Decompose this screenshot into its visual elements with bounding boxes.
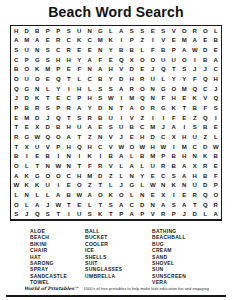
- grid-cell-p9: K: [169, 103, 180, 113]
- grid-cell-f18: B: [64, 190, 75, 200]
- grid-cell-h11: A: [85, 122, 96, 132]
- grid-cell-i3: N: [95, 45, 106, 55]
- grid-cell-p13: I: [169, 142, 180, 152]
- grid-cell-d15: N: [43, 161, 54, 171]
- grid-cell-a6: O: [11, 74, 22, 84]
- word-list: ALOEBEACHBIKINICHAIRHATSARONGSPRAYSANDCA…: [0, 228, 232, 286]
- grid-cell-i13: C: [95, 142, 106, 152]
- grid-cell-q8: E: [179, 94, 190, 104]
- grid-cell-n18: E: [148, 190, 159, 200]
- grid-cell-l14: L: [127, 151, 138, 161]
- grid-cell-n1: E: [148, 26, 159, 36]
- grid-cell-d10: J: [43, 113, 54, 123]
- grid-cell-f2: C: [64, 36, 75, 46]
- grid-cell-r6: F: [190, 74, 201, 84]
- grid-cell-a5: B: [11, 65, 22, 75]
- grid-cell-d7: L: [43, 84, 54, 94]
- grid-cell-c5: K: [32, 65, 43, 75]
- grid-cell-m10: Z: [137, 113, 148, 123]
- grid-cell-a19: O: [11, 200, 22, 210]
- grid-cell-r15: X: [190, 161, 201, 171]
- grid-cell-s12: Z: [200, 132, 211, 142]
- grid-cell-f4: H: [64, 55, 75, 65]
- grid-cell-f13: H: [64, 142, 75, 152]
- grid-cell-d12: Q: [43, 132, 54, 142]
- grid-cell-p5: T: [169, 65, 180, 75]
- grid-cell-q2: M: [179, 36, 190, 46]
- grid-cell-e13: P: [53, 142, 64, 152]
- grid-cell-p10: F: [169, 113, 180, 123]
- grid-cell-i9: D: [95, 103, 106, 113]
- grid-cell-g8: P: [74, 94, 85, 104]
- grid-cell-h9: Y: [85, 103, 96, 113]
- grid-cell-a13: T: [11, 142, 22, 152]
- grid-cell-d19: J: [43, 200, 54, 210]
- word-list-col1: ALOEBEACHBIKINICHAIRHATSARONGSPRAYSANDCA…: [30, 228, 85, 286]
- grid-cell-i19: T: [95, 200, 106, 210]
- grid-cell-t12: L: [211, 132, 222, 142]
- grid-cell-r2: A: [190, 36, 201, 46]
- grid-cell-l20: A: [127, 209, 138, 219]
- grid-cell-a14: B: [11, 151, 22, 161]
- grid-cell-i18: O: [95, 190, 106, 200]
- grid-cell-c19: A: [32, 200, 43, 210]
- grid-cell-h4: A: [85, 55, 96, 65]
- grid-cell-h17: Z: [85, 180, 96, 190]
- grid-cell-c1: B: [32, 26, 43, 36]
- grid-cell-h19: L: [85, 200, 96, 210]
- grid-cell-c10: D: [32, 113, 43, 123]
- grid-cell-i16: D: [95, 171, 106, 181]
- grid-cell-n16: E: [148, 171, 159, 181]
- grid-cell-t2: B: [211, 36, 222, 46]
- grid-cell-q1: O: [179, 26, 190, 36]
- grid-cell-k7: A: [116, 84, 127, 94]
- grid-cell-t3: E: [211, 45, 222, 55]
- word-item: VERA: [152, 279, 222, 285]
- grid-cell-h13: H: [85, 142, 96, 152]
- grid-cell-b4: P: [22, 55, 33, 65]
- grid-cell-m7: O: [137, 84, 148, 94]
- grid-cell-f16: C: [64, 171, 75, 181]
- grid-cell-c17: K: [32, 180, 43, 190]
- grid-cell-o15: R: [158, 161, 169, 171]
- grid-cell-n12: D: [148, 132, 159, 142]
- grid-cell-c12: W: [32, 132, 43, 142]
- grid-cell-l11: B: [127, 122, 138, 132]
- grid-cell-n17: W: [148, 180, 159, 190]
- grid-cell-e18: A: [53, 190, 64, 200]
- grid-cell-s8: V: [200, 94, 211, 104]
- grid-cell-b17: K: [22, 180, 33, 190]
- grid-cell-f3: R: [64, 45, 75, 55]
- grid-cell-b3: U: [22, 45, 33, 55]
- grid-cell-t10: I: [211, 113, 222, 123]
- grid-cell-q16: A: [179, 171, 190, 181]
- grid-cell-r14: N: [190, 151, 201, 161]
- grid-cell-s14: K: [200, 151, 211, 161]
- grid-cell-c2: A: [32, 36, 43, 46]
- grid-cell-s7: C: [200, 84, 211, 94]
- grid-cell-b13: X: [22, 142, 33, 152]
- grid-cell-p3: P: [169, 45, 180, 55]
- grid-cell-j8: W: [106, 94, 117, 104]
- grid-cell-h1: N: [85, 26, 96, 36]
- grid-cell-h18: A: [85, 190, 96, 200]
- grid-cell-n6: U: [148, 74, 159, 84]
- grid-cell-n4: O: [148, 55, 159, 65]
- grid-cell-m3: L: [137, 45, 148, 55]
- grid-cell-g9: A: [74, 103, 85, 113]
- grid-cell-m6: R: [137, 74, 148, 84]
- grid-cell-m15: L: [137, 161, 148, 171]
- grid-cell-m12: H: [137, 132, 148, 142]
- grid-cell-g20: U: [74, 209, 85, 219]
- grid-cell-l17: G: [127, 180, 138, 190]
- word-list-col2: BALLBUCKETCOOLERICESHELLSSUITSUNGLASSESU…: [85, 228, 152, 286]
- grid-cell-l7: R: [127, 84, 138, 94]
- grid-cell-d1: P: [43, 26, 54, 36]
- grid-cell-f12: A: [64, 132, 75, 142]
- grid-cell-b6: U: [22, 74, 33, 84]
- grid-cell-g1: U: [74, 26, 85, 36]
- grid-cell-m13: W: [137, 142, 148, 152]
- grid-cell-l15: A: [127, 161, 138, 171]
- grid-cell-h8: H: [85, 94, 96, 104]
- grid-cell-g7: H: [74, 84, 85, 94]
- grid-cell-f15: N: [64, 161, 75, 171]
- grid-cell-f7: I: [64, 84, 75, 94]
- grid-cell-g15: T: [74, 161, 85, 171]
- grid-cell-b16: K: [22, 171, 33, 181]
- grid-cell-s16: B: [200, 171, 211, 181]
- grid-cell-t9: S: [211, 103, 222, 113]
- grid-cell-c13: U: [32, 142, 43, 152]
- grid-cell-l2: P: [127, 36, 138, 46]
- grid-cell-i7: S: [95, 84, 106, 94]
- grid-cell-n15: U: [148, 161, 159, 171]
- grid-cell-j13: V: [106, 142, 117, 152]
- grid-cell-j9: N: [106, 103, 117, 113]
- grid-cell-r7: Q: [190, 84, 201, 94]
- grid-cell-o7: G: [158, 84, 169, 94]
- grid-cell-f11: H: [64, 122, 75, 132]
- grid-cell-p7: O: [169, 84, 180, 94]
- grid-cell-b12: G: [22, 132, 33, 142]
- word-search-grid: HDBPPSUNGLASSESVOROLAMAERCKCMKIPZIVEMAEB…: [11, 26, 221, 219]
- grid-cell-o9: G: [158, 103, 169, 113]
- grid-cell-m4: O: [137, 55, 148, 65]
- grid-cell-k8: I: [116, 94, 127, 104]
- grid-cell-i12: N: [95, 132, 106, 142]
- grid-cell-n10: I: [148, 113, 159, 123]
- grid-cell-k17: J: [116, 180, 127, 190]
- grid-cell-t8: Q: [211, 94, 222, 104]
- grid-cell-e8: E: [53, 94, 64, 104]
- grid-cell-n8: N: [148, 94, 159, 104]
- grid-cell-o12: C: [158, 132, 169, 142]
- grid-cell-h14: K: [85, 151, 96, 161]
- grid-cell-k2: I: [116, 36, 127, 46]
- grid-cell-e20: T: [53, 209, 64, 219]
- grid-cell-o3: B: [158, 45, 169, 55]
- grid-cell-s17: D: [200, 180, 211, 190]
- grid-cell-g16: H: [74, 171, 85, 181]
- grid-cell-m17: L: [137, 180, 148, 190]
- grid-cell-e15: W: [53, 161, 64, 171]
- grid-cell-e2: R: [53, 36, 64, 46]
- grid-cell-n7: N: [148, 84, 159, 94]
- grid-cell-r11: S: [190, 122, 201, 132]
- grid-cell-a17: W: [11, 180, 22, 190]
- grid-cell-j7: S: [106, 84, 117, 94]
- grid-cell-e16: O: [53, 171, 64, 181]
- grid-cell-o4: U: [158, 55, 169, 65]
- grid-cell-a3: S: [11, 45, 22, 55]
- grid-cell-p17: K: [169, 180, 180, 190]
- grid-cell-l8: M: [127, 94, 138, 104]
- grid-cell-t14: B: [211, 151, 222, 161]
- grid-cell-b9: B: [22, 103, 33, 113]
- grid-cell-h6: C: [85, 74, 96, 84]
- grid-cell-l19: C: [127, 200, 138, 210]
- grid-cell-j16: Z: [106, 171, 117, 181]
- grid-cell-r9: B: [190, 103, 201, 113]
- grid-cell-q5: S: [179, 65, 190, 75]
- grid-cell-b14: I: [22, 151, 33, 161]
- grid-cell-a2: A: [11, 36, 22, 46]
- grid-cell-j17: L: [106, 180, 117, 190]
- grid-cell-m8: Q: [137, 94, 148, 104]
- grid-cell-i5: A: [95, 65, 106, 75]
- grid-cell-b19: L: [22, 200, 33, 210]
- page-title: Beach Word Search: [0, 4, 232, 20]
- grid-cell-i15: R: [95, 161, 106, 171]
- grid-cell-m5: E: [137, 65, 148, 75]
- grid-cell-r16: H: [190, 171, 201, 181]
- grid-cell-q4: O: [179, 55, 190, 65]
- grid-cell-e12: O: [53, 132, 64, 142]
- grid-cell-m9: O: [137, 103, 148, 113]
- grid-cell-r4: I: [190, 55, 201, 65]
- grid-cell-k6: D: [116, 74, 127, 84]
- grid-cell-l13: O: [127, 142, 138, 152]
- grid-cell-q11: I: [179, 122, 190, 132]
- grid-cell-k4: Q: [116, 55, 127, 65]
- grid-cell-e11: B: [53, 122, 64, 132]
- grid-cell-g6: L: [74, 74, 85, 84]
- grid-cell-q3: A: [179, 45, 190, 55]
- grid-cell-k10: I: [116, 113, 127, 123]
- grid-cell-r18: R: [190, 190, 201, 200]
- grid-cell-o11: J: [158, 122, 169, 132]
- grid-cell-l18: L: [127, 190, 138, 200]
- grid-cell-e14: I: [53, 151, 64, 161]
- grid-cell-q7: M: [179, 84, 190, 94]
- grid-cell-h3: E: [85, 45, 96, 55]
- grid-cell-b7: G: [22, 84, 33, 94]
- grid-cell-h16: M: [85, 171, 96, 181]
- grid-cell-k9: T: [116, 103, 127, 113]
- grid-cell-s13: D: [200, 142, 211, 152]
- grid-cell-i20: K: [95, 209, 106, 219]
- grid-cell-t13: W: [211, 142, 222, 152]
- grid-cell-k18: O: [116, 190, 127, 200]
- grid-cell-s6: Q: [200, 74, 211, 84]
- grid-cell-i1: G: [95, 26, 106, 36]
- grid-cell-s9: F: [200, 103, 211, 113]
- grid-cell-f9: R: [64, 103, 75, 113]
- grid-cell-q15: A: [179, 161, 190, 171]
- grid-cell-e5: P: [53, 65, 64, 75]
- grid-cell-i8: S: [95, 94, 106, 104]
- grid-cell-n20: V: [148, 209, 159, 219]
- grid-cell-g18: W: [74, 190, 85, 200]
- grid-cell-j3: Y: [106, 45, 117, 55]
- grid-cell-s15: R: [200, 161, 211, 171]
- grid-cell-a7: Q: [11, 84, 22, 94]
- grid-cell-c8: K: [32, 94, 43, 104]
- grid-cell-l4: X: [127, 55, 138, 65]
- grid-cell-h7: L: [85, 84, 96, 94]
- grid-cell-j6: Y: [106, 74, 117, 84]
- grid-cell-c18: L: [32, 190, 43, 200]
- grid-cell-h2: C: [85, 36, 96, 46]
- grid-cell-a20: S: [11, 209, 22, 219]
- grid-cell-s1: O: [200, 26, 211, 36]
- grid-cell-a10: E: [11, 113, 22, 123]
- grid-cell-n5: J: [148, 65, 159, 75]
- grid-cell-t16: F: [211, 171, 222, 181]
- grid-cell-j15: V: [106, 161, 117, 171]
- grid-cell-j10: U: [106, 113, 117, 123]
- grid-cell-s19: Q: [200, 200, 211, 210]
- grid-cell-r1: R: [190, 26, 201, 36]
- word-item: TOWEL: [30, 279, 85, 285]
- grid-cell-r13: C: [190, 142, 201, 152]
- grid-cell-n2: I: [148, 36, 159, 46]
- grid-cell-p16: S: [169, 171, 180, 181]
- grid-cell-t18: O: [211, 190, 222, 200]
- grid-cell-a12: R: [11, 132, 22, 142]
- grid-cell-d20: S: [43, 209, 54, 219]
- grid-cell-j19: S: [106, 200, 117, 210]
- grid-cell-h15: F: [85, 161, 96, 171]
- grid-cell-c4: G: [32, 55, 43, 65]
- grid-cell-p11: A: [169, 122, 180, 132]
- grid-cell-f10: T: [64, 113, 75, 123]
- grid-cell-c3: N: [32, 45, 43, 55]
- footer-tagline: 1000's of free printables to help make k…: [84, 286, 209, 291]
- grid-cell-f17: E: [64, 180, 75, 190]
- grid-cell-g4: Y: [74, 55, 85, 65]
- grid-cell-o17: N: [158, 180, 169, 190]
- grid-cell-p12: X: [169, 132, 180, 142]
- grid-cell-l16: N: [127, 171, 138, 181]
- grid-cell-i4: F: [95, 55, 106, 65]
- grid-cell-l1: S: [127, 26, 138, 36]
- grid-cell-d18: L: [43, 190, 54, 200]
- grid-cell-o1: S: [158, 26, 169, 36]
- grid-cell-k20: P: [116, 209, 127, 219]
- grid-cell-o6: L: [158, 74, 169, 84]
- grid-cell-j18: K: [106, 190, 117, 200]
- grid-cell-t6: H: [211, 74, 222, 84]
- grid-cell-r8: K: [190, 94, 201, 104]
- grid-cell-m16: Y: [137, 171, 148, 181]
- grid-cell-n11: M: [148, 122, 159, 132]
- word-list-col3: BATHINGBEACHBALLBUGCREAMSANDSHOVELSUNSUN…: [152, 228, 222, 286]
- grid-cell-g12: T: [74, 132, 85, 142]
- grid-cell-c15: T: [32, 161, 43, 171]
- grid-cell-p4: U: [169, 55, 180, 65]
- grid-cell-f1: S: [64, 26, 75, 36]
- grid-cell-d6: E: [43, 74, 54, 84]
- grid-cell-b20: J: [22, 209, 33, 219]
- grid-cell-r17: U: [190, 180, 201, 190]
- grid-cell-t17: P: [211, 180, 222, 190]
- grid-cell-g11: U: [74, 122, 85, 132]
- grid-cell-d9: S: [43, 103, 54, 113]
- word-item: UMBRELLA: [85, 273, 152, 279]
- grid-cell-t15: E: [211, 161, 222, 171]
- grid-cell-i11: E: [95, 122, 106, 132]
- grid-cell-k12: J: [116, 132, 127, 142]
- grid-cell-j11: S: [106, 122, 117, 132]
- grid-cell-e6: Q: [53, 74, 64, 84]
- grid-cell-a1: H: [11, 26, 22, 36]
- grid-cell-d13: V: [43, 142, 54, 152]
- grid-cell-p19: S: [169, 200, 180, 210]
- grid-cell-s11: B: [200, 122, 211, 132]
- grid-cell-c16: G: [32, 171, 43, 181]
- grid-cell-q6: Y: [179, 74, 190, 84]
- grid-cell-k14: A: [116, 151, 127, 161]
- grid-cell-g2: K: [74, 36, 85, 46]
- grid-cell-d2: E: [43, 36, 54, 46]
- grid-cell-t4: A: [211, 55, 222, 65]
- grid-cell-c20: Q: [32, 209, 43, 219]
- grid-cell-t11: E: [211, 122, 222, 132]
- grid-cell-p15: B: [169, 161, 180, 171]
- grid-cell-i10: B: [95, 113, 106, 123]
- grid-cell-q12: H: [179, 132, 190, 142]
- grid-cell-t1: L: [211, 26, 222, 36]
- grid-cell-b10: M: [22, 113, 33, 123]
- grid-cell-r10: Z: [190, 113, 201, 123]
- grid-cell-b11: E: [22, 122, 33, 132]
- grid-cell-d17: U: [43, 180, 54, 190]
- grid-cell-d3: S: [43, 45, 54, 55]
- grid-cell-j4: E: [106, 55, 117, 65]
- grid-cell-g13: Q: [74, 142, 85, 152]
- grid-cell-o8: F: [158, 94, 169, 104]
- grid-cell-m14: B: [137, 151, 148, 161]
- grid-cell-j20: T: [106, 209, 117, 219]
- grid-cell-q20: J: [179, 209, 190, 219]
- grid-cell-q17: N: [179, 180, 190, 190]
- grid-cell-t7: J: [211, 84, 222, 94]
- grid-cell-o16: C: [158, 171, 169, 181]
- grid-cell-l5: D: [127, 65, 138, 75]
- grid-cell-f20: I: [64, 209, 75, 219]
- grid-cell-e4: H: [53, 55, 64, 65]
- grid-cell-c7: N: [32, 84, 43, 94]
- grid-cell-d5: M: [43, 65, 54, 75]
- grid-cell-m20: P: [137, 209, 148, 219]
- grid-cell-g3: E: [74, 45, 85, 55]
- grid-cell-j2: K: [106, 36, 117, 46]
